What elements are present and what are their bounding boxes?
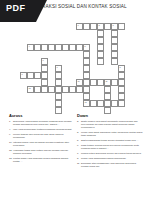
grid-cell [76,86,83,93]
grid-cell [111,37,118,44]
grid-cell [118,72,125,79]
clue-item: 2.Suatu proses yang dapat membantu prose… [77,120,143,129]
grid-cell [83,58,90,65]
grid-cell [62,86,69,93]
grid-cell: 6 [41,58,48,65]
grid-cell [90,23,97,30]
grid-cell [55,79,62,86]
down-clue-list: 2.Suatu proses yang dapat membantu prose… [77,120,143,167]
grid-cell [97,58,104,65]
grid-cell [55,93,62,100]
grid-cell [83,86,90,93]
grid-cell: 12 [27,86,34,93]
cell-number: 8 [119,66,120,68]
grid-cell [69,86,76,93]
grid-cell [118,23,125,30]
clue-item: 6.Rasa tertarik kepada orang lain karena… [77,144,143,150]
grid-cell [76,44,83,51]
cell-number: 13 [84,101,86,103]
cell-number: 9 [21,73,22,75]
cell-number: 5 [84,45,85,47]
grid-cell: 13 [83,100,90,107]
grid-cell [55,44,62,51]
grid-cell [97,44,104,51]
grid-cell [90,100,97,107]
grid-cell [97,100,104,107]
cell-number: 1 [77,24,78,26]
cell-number: 7 [56,66,57,68]
grid-cell: 8 [118,65,125,72]
grid-cell [41,44,48,51]
across-clue-list: 1.Seseorang yang sedang menjalani masala… [9,120,72,162]
clue-text: Saat bersosialisasi terjadi secara otoma… [81,139,143,142]
grid-cell [90,79,97,86]
clue-text: Media yang dapat digunakan untuk melakuk… [81,131,143,137]
clue-text: Hubungan timbal balik antara individu de… [13,149,72,155]
cell-number: 10 [77,80,79,82]
grid-cell [41,79,48,86]
clue-text: Suatu proses yang dapat membantu proses … [81,120,143,129]
pdf-badge-label: PDF [6,3,26,13]
grid-cell [111,44,118,51]
grid-cell [27,72,34,79]
down-clues: Down 2.Suatu proses yang dapat membantu … [77,113,143,169]
grid-cell: 7 [55,65,62,72]
grid-cell [83,23,90,30]
grid-cell [111,79,118,86]
grid-cell [48,86,55,93]
cell-number: 2 [98,24,99,26]
grid-cell: 5 [83,44,90,51]
grid-cell [55,86,62,93]
grid-cell [104,23,111,30]
clue-text: Pesan yang disampaikan dalam komunikasi [81,157,143,160]
grid-cell [97,30,104,37]
page-title: INTERAKSI SOSIAL DAN KONTAK SOSIAL [31,4,127,9]
grid-cell [83,79,90,86]
grid-cell [83,72,90,79]
clue-item: 3.Media yang dapat digunakan untuk melak… [77,131,143,137]
pdf-badge: PDF [0,0,47,22]
clue-item: 10.Interaksi sosial yang mengarah kepada… [9,141,72,147]
cell-number: 6 [42,59,43,61]
grid-cell [104,86,111,93]
grid-cell [104,93,111,100]
grid-cell [97,51,104,58]
pdf-preview-page[interactable]: PDF INTERAKSI SOSIAL DAN KONTAK SOSIAL 1… [0,0,149,198]
grid-cell: 2 [97,23,104,30]
clue-item: 9.Meniru tingkah laku orang lain baik si… [9,133,72,139]
grid-cell [118,100,125,107]
clue-text: Meniru tingkah laku orang lain baik sika… [13,133,72,139]
clue-text: Dorongan atau rangsangan yang diberikan … [81,162,143,168]
grid-cell [118,86,125,93]
grid-cell [111,100,118,107]
grid-cell: 3 [111,23,118,30]
cell-number: 11 [105,80,107,82]
grid-cell [55,100,62,107]
grid-cell [97,79,104,86]
grid-cell [97,37,104,44]
clue-item: 1.Seseorang yang sedang menjalani masala… [9,120,72,126]
clue-item: 13.Kontak sosial yang dilakukan secara l… [9,157,72,163]
crossword-grid: 12345678910111213 [13,23,146,114]
clue-text: Rasa tertarik kepada orang lain karena p… [81,144,143,150]
down-header: Down [77,113,143,118]
cell-number: 4 [28,45,29,47]
clue-item: 8.Pesan yang disampaikan dalam komunikas… [77,157,143,160]
grid-cell: 4 [27,44,34,51]
grid-cell [41,72,48,79]
grid-cell: 9 [20,72,27,79]
clue-text: Seseorang yang sedang menjalani masalah … [13,120,72,126]
clue-text: Interaksi sosial yang mengarah kepada pe… [13,141,72,147]
clue-item: 5.Saat bersosialisasi terjadi secara oto… [77,139,143,142]
grid-cell [48,44,55,51]
grid-cell [34,44,41,51]
grid-cell [83,93,90,100]
grid-cell [111,58,118,65]
grid-cell [118,79,125,86]
grid-cell [34,86,41,93]
grid-cell [111,30,118,37]
grid-cell [62,44,69,51]
clue-item: 7.Proses ketika seseorang meniru gaya hi… [77,152,143,155]
grid-cell [83,51,90,58]
clue-text: Ilmu yang mempelajari tentang kehidupan … [13,128,72,131]
across-clues: Across 1.Seseorang yang sedang menjalani… [9,113,72,165]
grid-cell: 11 [104,79,111,86]
grid-cell: 10 [76,79,83,86]
grid-cell [111,51,118,58]
grid-cell [41,65,48,72]
clue-text: Proses ketika seseorang meniru gaya hidu… [81,152,143,155]
clue-text: Kontak sosial yang dilakukan secara lang… [13,157,72,163]
grid-cell [118,93,125,100]
across-header: Across [9,113,72,118]
cell-number: 3 [112,24,113,26]
grid-cell [83,65,90,72]
clue-item: 4.Ilmu yang mempelajari tentang kehidupa… [9,128,72,131]
grid-cell [69,44,76,51]
grid-cell [55,72,62,79]
grid-cell: 1 [76,23,83,30]
clue-item: 12.Hubungan timbal balik antara individu… [9,149,72,155]
grid-cell [34,72,41,79]
clue-item: 11.Dorongan atau rangsangan yang diberik… [77,162,143,168]
grid-cell [104,100,111,107]
cell-number: 12 [28,87,30,89]
grid-cell [41,86,48,93]
